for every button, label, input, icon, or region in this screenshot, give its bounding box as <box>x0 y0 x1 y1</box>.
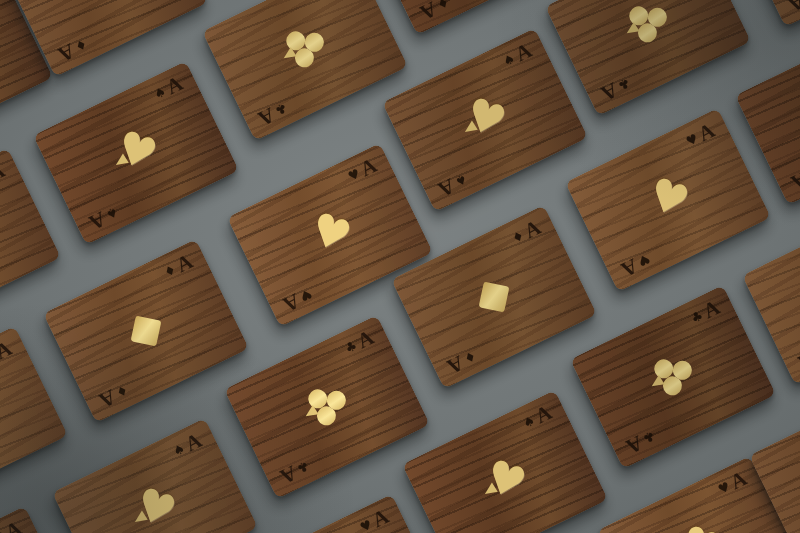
card-ace-of-clubs[interactable]: ♣ A ♣ A <box>202 0 408 141</box>
wood-texture <box>239 494 445 533</box>
card-ace-of-spades[interactable]: ♠ A ♠ A ♥ <box>402 390 608 533</box>
card-ace-of-hearts[interactable]: ♥ A ♥ A ♥ <box>565 108 771 292</box>
diamond-icon: ♦ <box>435 0 451 12</box>
card-ace-of-diamonds[interactable]: ♦ A ♦ A <box>43 239 249 423</box>
card-ace-of-clubs[interactable]: ♣ A ♣ A <box>570 285 776 469</box>
card-ace-of-spades[interactable]: ♠ A ♠ A ♥ <box>382 28 588 212</box>
table-surface: ♣ A ♣ A ♥ A ♥ A ♥ ♣ A ♣ A ♥ <box>0 0 800 533</box>
card-ace-of-clubs[interactable]: ♣ A ♣ A <box>224 315 430 499</box>
card-ace-of-spades[interactable]: ♠ A ♠ A ♥ <box>33 61 239 245</box>
card-ace-of-diamonds[interactable]: ♦ A ♦ A <box>364 0 570 35</box>
card-ace-of-hearts[interactable]: ♥ A ♥ A ♥ <box>239 494 445 533</box>
card-ace-of-spades[interactable]: ♠ A ♠ A ♥ <box>52 418 258 533</box>
card-ace-of-clubs[interactable]: ♣ A ♣ A <box>545 0 751 116</box>
wood-texture <box>364 0 570 35</box>
card-ace-of-clubs[interactable]: ♣ A ♣ A <box>0 326 68 510</box>
